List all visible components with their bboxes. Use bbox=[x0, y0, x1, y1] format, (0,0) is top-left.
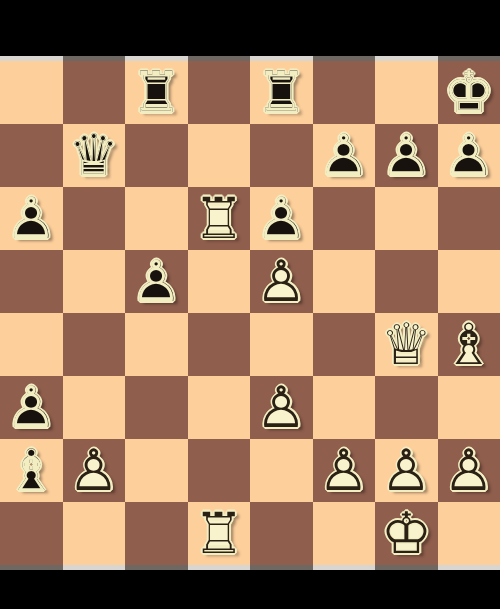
square-a1[interactable] bbox=[0, 502, 63, 565]
piece-black-pawn[interactable]: ♟♙ bbox=[440, 127, 497, 184]
square-e2[interactable] bbox=[250, 439, 313, 502]
piece-white-pawn[interactable]: ♟♙ bbox=[253, 253, 310, 310]
piece-white-rook[interactable]: ♜♖ bbox=[190, 190, 247, 247]
square-g5[interactable] bbox=[375, 250, 438, 313]
board-edge-segment bbox=[125, 565, 188, 570]
square-h1[interactable] bbox=[438, 502, 500, 565]
piece-black-rook[interactable]: ♜♖ bbox=[253, 64, 310, 121]
square-f2[interactable]: ♟♙ bbox=[313, 439, 376, 502]
square-a2[interactable]: ♝♗ bbox=[0, 439, 63, 502]
piece-black-pawn[interactable]: ♟♙ bbox=[128, 253, 185, 310]
board-edge-segment bbox=[250, 565, 313, 570]
square-d5[interactable] bbox=[188, 250, 251, 313]
square-d1[interactable]: ♜♖ bbox=[188, 502, 251, 565]
piece-black-bishop[interactable]: ♝♗ bbox=[3, 442, 60, 499]
white-piece-linework: ♙ bbox=[65, 442, 122, 499]
piece-white-queen[interactable]: ♛♕ bbox=[378, 316, 435, 373]
white-piece-linework: ♖ bbox=[190, 505, 247, 562]
square-d7[interactable] bbox=[188, 124, 251, 187]
square-e3[interactable]: ♟♙ bbox=[250, 376, 313, 439]
piece-black-queen[interactable]: ♛♕ bbox=[65, 127, 122, 184]
square-a5[interactable] bbox=[0, 250, 63, 313]
square-b4[interactable] bbox=[63, 313, 126, 376]
square-c3[interactable] bbox=[125, 376, 188, 439]
square-a8[interactable] bbox=[0, 61, 63, 124]
piece-black-pawn[interactable]: ♟♙ bbox=[3, 190, 60, 247]
piece-black-king[interactable]: ♚♔ bbox=[440, 64, 497, 121]
square-b1[interactable] bbox=[63, 502, 126, 565]
square-d6[interactable]: ♜♖ bbox=[188, 187, 251, 250]
square-d2[interactable] bbox=[188, 439, 251, 502]
black-piece-linework: ♙ bbox=[378, 127, 435, 184]
square-b5[interactable] bbox=[63, 250, 126, 313]
white-piece-linework: ♖ bbox=[190, 190, 247, 247]
board-edge-segment bbox=[313, 565, 376, 570]
square-h4[interactable]: ♝♗ bbox=[438, 313, 500, 376]
black-piece-linework: ♙ bbox=[253, 190, 310, 247]
square-b2[interactable]: ♟♙ bbox=[63, 439, 126, 502]
piece-black-pawn[interactable]: ♟♙ bbox=[3, 379, 60, 436]
white-piece-linework: ♕ bbox=[378, 316, 435, 373]
square-g1[interactable]: ♚♔ bbox=[375, 502, 438, 565]
piece-black-pawn[interactable]: ♟♙ bbox=[253, 190, 310, 247]
square-a3[interactable]: ♟♙ bbox=[0, 376, 63, 439]
square-a6[interactable]: ♟♙ bbox=[0, 187, 63, 250]
square-c4[interactable] bbox=[125, 313, 188, 376]
square-b7[interactable]: ♛♕ bbox=[63, 124, 126, 187]
bottom-letterbox bbox=[0, 570, 500, 609]
square-c8[interactable]: ♜♖ bbox=[125, 61, 188, 124]
black-piece-linework: ♙ bbox=[440, 127, 497, 184]
piece-white-pawn[interactable]: ♟♙ bbox=[253, 379, 310, 436]
black-piece-linework: ♙ bbox=[3, 379, 60, 436]
square-f7[interactable]: ♟♙ bbox=[313, 124, 376, 187]
black-piece-linework: ♖ bbox=[253, 64, 310, 121]
black-piece-linework: ♕ bbox=[65, 127, 122, 184]
square-d3[interactable] bbox=[188, 376, 251, 439]
board-edge-segment bbox=[438, 565, 500, 570]
square-g3[interactable] bbox=[375, 376, 438, 439]
square-h8[interactable]: ♚♔ bbox=[438, 61, 500, 124]
square-b8[interactable] bbox=[63, 61, 126, 124]
square-c5[interactable]: ♟♙ bbox=[125, 250, 188, 313]
piece-white-pawn[interactable]: ♟♙ bbox=[440, 442, 497, 499]
square-b3[interactable] bbox=[63, 376, 126, 439]
square-h5[interactable] bbox=[438, 250, 500, 313]
square-f8[interactable] bbox=[313, 61, 376, 124]
piece-white-rook[interactable]: ♜♖ bbox=[190, 505, 247, 562]
white-piece-linework: ♙ bbox=[440, 442, 497, 499]
square-a7[interactable] bbox=[0, 124, 63, 187]
black-piece-linework: ♙ bbox=[128, 253, 185, 310]
chess-board[interactable]: ♜♖♜♖♚♔♛♕♟♙♟♙♟♙♟♙♜♖♟♙♟♙♟♙♛♕♝♗♟♙♟♙♝♗♟♙♟♙♟♙… bbox=[0, 61, 500, 565]
square-c1[interactable] bbox=[125, 502, 188, 565]
square-e1[interactable] bbox=[250, 502, 313, 565]
square-h3[interactable] bbox=[438, 376, 500, 439]
square-g8[interactable] bbox=[375, 61, 438, 124]
square-f6[interactable] bbox=[313, 187, 376, 250]
piece-white-king[interactable]: ♚♔ bbox=[378, 505, 435, 562]
square-c7[interactable] bbox=[125, 124, 188, 187]
piece-black-pawn[interactable]: ♟♙ bbox=[315, 127, 372, 184]
black-piece-linework: ♗ bbox=[3, 442, 60, 499]
black-piece-linework: ♖ bbox=[128, 64, 185, 121]
square-d4[interactable] bbox=[188, 313, 251, 376]
square-h6[interactable] bbox=[438, 187, 500, 250]
square-e5[interactable]: ♟♙ bbox=[250, 250, 313, 313]
board-edge-segment bbox=[0, 565, 63, 570]
white-piece-linework: ♗ bbox=[440, 316, 497, 373]
piece-black-rook[interactable]: ♜♖ bbox=[128, 64, 185, 121]
square-g4[interactable]: ♛♕ bbox=[375, 313, 438, 376]
square-e6[interactable]: ♟♙ bbox=[250, 187, 313, 250]
square-d8[interactable] bbox=[188, 61, 251, 124]
white-piece-linework: ♙ bbox=[253, 379, 310, 436]
square-c2[interactable] bbox=[125, 439, 188, 502]
square-f4[interactable] bbox=[313, 313, 376, 376]
white-piece-linework: ♙ bbox=[253, 253, 310, 310]
square-b6[interactable] bbox=[63, 187, 126, 250]
piece-white-pawn[interactable]: ♟♙ bbox=[378, 442, 435, 499]
piece-black-pawn[interactable]: ♟♙ bbox=[378, 127, 435, 184]
square-a4[interactable] bbox=[0, 313, 63, 376]
piece-white-bishop[interactable]: ♝♗ bbox=[440, 316, 497, 373]
app-window: ♜♖♜♖♚♔♛♕♟♙♟♙♟♙♟♙♜♖♟♙♟♙♟♙♛♕♝♗♟♙♟♙♝♗♟♙♟♙♟♙… bbox=[0, 0, 500, 609]
top-letterbox bbox=[0, 0, 500, 56]
piece-white-pawn[interactable]: ♟♙ bbox=[315, 442, 372, 499]
black-piece-linework: ♔ bbox=[440, 64, 497, 121]
square-g6[interactable] bbox=[375, 187, 438, 250]
black-piece-linework: ♙ bbox=[315, 127, 372, 184]
white-piece-linework: ♙ bbox=[315, 442, 372, 499]
square-e7[interactable] bbox=[250, 124, 313, 187]
board-edge-segment bbox=[63, 565, 126, 570]
piece-white-pawn[interactable]: ♟♙ bbox=[65, 442, 122, 499]
square-h7[interactable]: ♟♙ bbox=[438, 124, 500, 187]
white-piece-linework: ♔ bbox=[378, 505, 435, 562]
black-piece-linework: ♙ bbox=[3, 190, 60, 247]
square-g2[interactable]: ♟♙ bbox=[375, 439, 438, 502]
square-e8[interactable]: ♜♖ bbox=[250, 61, 313, 124]
square-f3[interactable] bbox=[313, 376, 376, 439]
square-f1[interactable] bbox=[313, 502, 376, 565]
square-h2[interactable]: ♟♙ bbox=[438, 439, 500, 502]
square-e4[interactable] bbox=[250, 313, 313, 376]
square-c6[interactable] bbox=[125, 187, 188, 250]
square-g7[interactable]: ♟♙ bbox=[375, 124, 438, 187]
square-f5[interactable] bbox=[313, 250, 376, 313]
white-piece-linework: ♙ bbox=[378, 442, 435, 499]
